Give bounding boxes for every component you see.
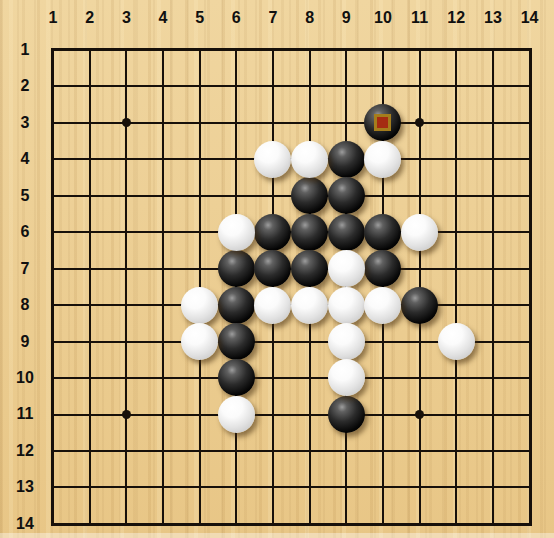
white-stone-9-8 <box>328 287 365 324</box>
column-labels: 1234567891011121314 <box>35 6 548 30</box>
white-stone-7-4 <box>254 141 291 178</box>
black-stone-7-7 <box>254 250 291 287</box>
black-stone-8-7 <box>291 250 328 287</box>
white-stone-5-8 <box>181 287 218 324</box>
star-point-11-11 <box>415 410 424 419</box>
star-point-3-3 <box>122 118 131 127</box>
black-stone-10-6 <box>364 214 401 251</box>
column-label-9: 9 <box>328 6 365 30</box>
black-stone-9-5 <box>328 177 365 214</box>
black-stone-9-11 <box>328 396 365 433</box>
white-stone-10-8 <box>364 287 401 324</box>
black-stone-6-7 <box>218 250 255 287</box>
white-stone-10-4 <box>364 141 401 178</box>
white-stone-8-8 <box>291 287 328 324</box>
column-label-13: 13 <box>475 6 512 30</box>
white-stone-7-8 <box>254 287 291 324</box>
column-label-8: 8 <box>291 6 328 30</box>
star-point-11-3 <box>415 118 424 127</box>
black-stone-10-7 <box>364 250 401 287</box>
white-stone-12-9 <box>438 323 475 360</box>
white-stone-11-6 <box>401 214 438 251</box>
board-intersections[interactable] <box>35 32 548 538</box>
column-label-14: 14 <box>511 6 548 30</box>
black-stone-9-6 <box>328 214 365 251</box>
column-label-7: 7 <box>255 6 292 30</box>
column-label-10: 10 <box>365 6 402 30</box>
black-stone-10-3 <box>364 104 401 141</box>
column-label-5: 5 <box>181 6 218 30</box>
go-board: 1234567891011121314 1234567891011121314 <box>0 0 554 538</box>
black-stone-8-5 <box>291 177 328 214</box>
star-point-3-11 <box>122 410 131 419</box>
white-stone-9-9 <box>328 323 365 360</box>
black-stone-11-8 <box>401 287 438 324</box>
white-stone-5-9 <box>181 323 218 360</box>
column-label-4: 4 <box>145 6 182 30</box>
column-label-2: 2 <box>71 6 108 30</box>
white-stone-8-4 <box>291 141 328 178</box>
column-label-11: 11 <box>401 6 438 30</box>
white-stone-6-11 <box>218 396 255 433</box>
black-stone-6-9 <box>218 323 255 360</box>
white-stone-6-6 <box>218 214 255 251</box>
last-move-marker <box>374 114 391 131</box>
column-label-6: 6 <box>218 6 255 30</box>
white-stone-9-7 <box>328 250 365 287</box>
bottom-edge <box>0 533 554 538</box>
column-label-1: 1 <box>35 6 72 30</box>
black-stone-6-8 <box>218 287 255 324</box>
column-label-3: 3 <box>108 6 145 30</box>
column-label-12: 12 <box>438 6 475 30</box>
black-stone-7-6 <box>254 214 291 251</box>
black-stone-8-6 <box>291 214 328 251</box>
black-stone-6-10 <box>218 359 255 396</box>
black-stone-9-4 <box>328 141 365 178</box>
white-stone-9-10 <box>328 359 365 396</box>
